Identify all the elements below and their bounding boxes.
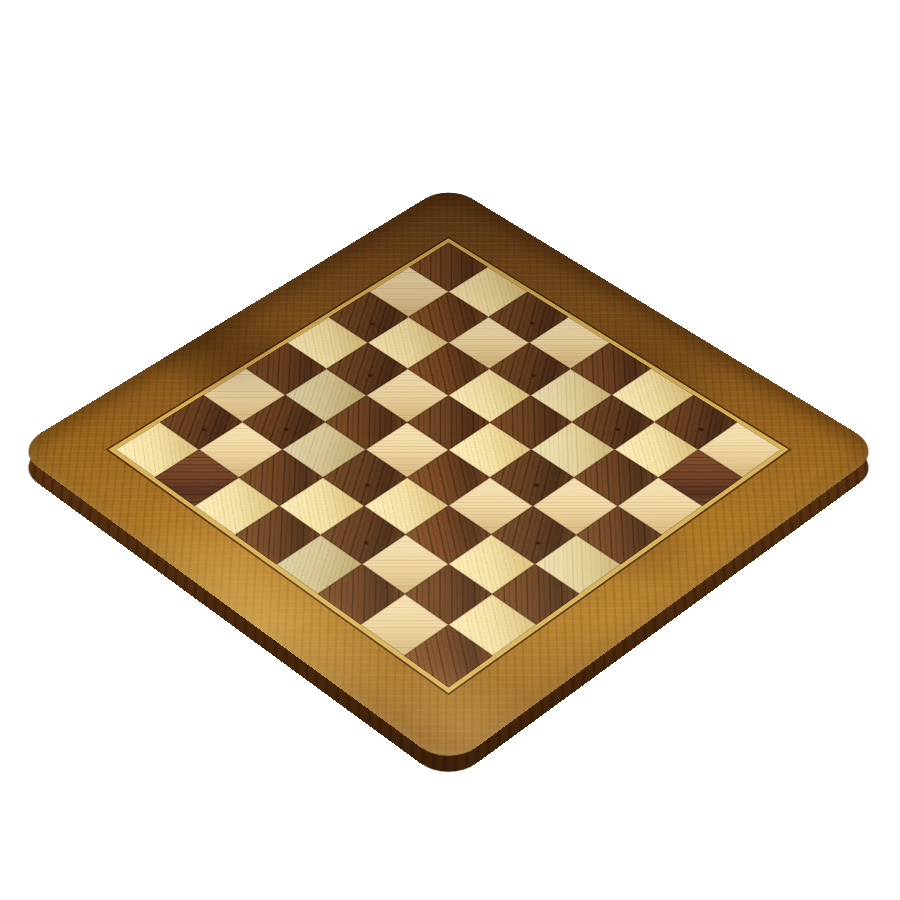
board-playing-field xyxy=(108,238,788,693)
chessboard xyxy=(14,184,884,767)
photo-background xyxy=(0,0,900,900)
